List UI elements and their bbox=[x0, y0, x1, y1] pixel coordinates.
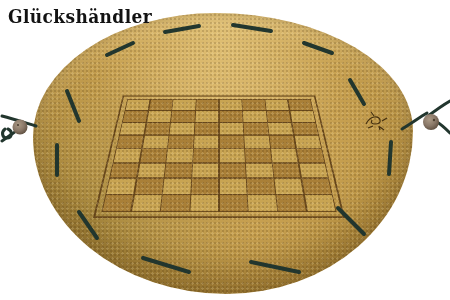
lace-stitch bbox=[233, 25, 271, 31]
lace-stitch bbox=[143, 258, 189, 272]
lacing-overlay bbox=[0, 0, 450, 300]
makers-mark bbox=[366, 112, 387, 130]
lace-stitch bbox=[389, 142, 391, 174]
cord-right-lower bbox=[437, 122, 450, 133]
brand-logo: Glückshändler bbox=[8, 6, 152, 28]
cord-right-upper bbox=[428, 101, 450, 116]
lace-stitch bbox=[67, 91, 79, 121]
wooden-bead-left bbox=[13, 120, 28, 135]
lace-stitch bbox=[251, 262, 299, 272]
lace-stitch bbox=[350, 80, 364, 104]
lace-stitch bbox=[304, 43, 332, 53]
bead-hole bbox=[433, 119, 435, 121]
lace-stitch bbox=[79, 212, 97, 238]
product-photo: Glückshändler bbox=[0, 0, 450, 300]
lace-stitch bbox=[165, 26, 199, 32]
lace-stitch bbox=[107, 43, 133, 55]
lace-stitch bbox=[338, 208, 364, 234]
bead-hole bbox=[17, 124, 19, 126]
wooden-bead-right bbox=[423, 114, 439, 130]
cord-left-knot bbox=[3, 129, 12, 138]
